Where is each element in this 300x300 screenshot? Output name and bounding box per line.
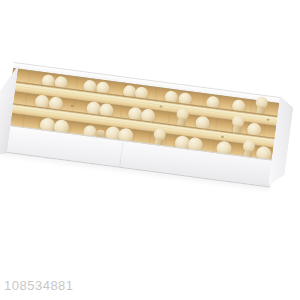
white-display-tray: [2, 62, 281, 186]
wood-knot: [71, 105, 74, 107]
watermark-number: 108534881: [4, 278, 74, 293]
cardboard-seam: [119, 141, 123, 167]
wood-knot: [267, 118, 270, 120]
product-photo-scene: 108534881: [0, 0, 300, 300]
wood-knot: [221, 136, 224, 138]
wood-knot: [159, 105, 162, 107]
